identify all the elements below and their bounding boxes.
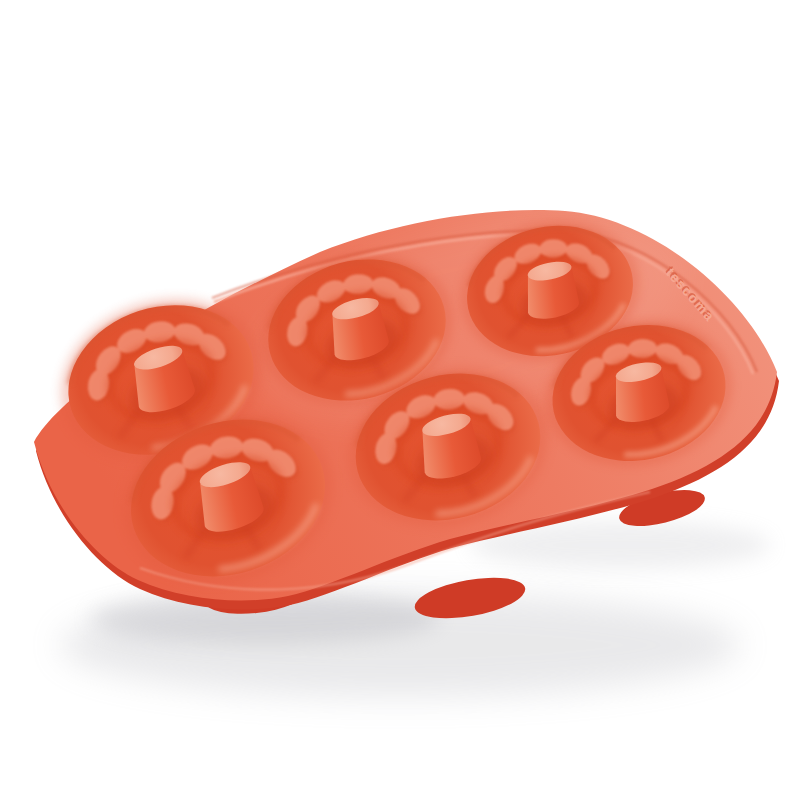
baking-mould-photo: tescoma tescoma <box>0 0 800 800</box>
product-photo-stage: tescoma tescoma <box>0 0 800 800</box>
